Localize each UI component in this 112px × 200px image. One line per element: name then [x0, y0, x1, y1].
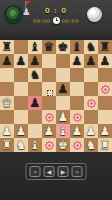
square-b4[interactable] [14, 96, 28, 110]
square-b1[interactable]: ♞ [14, 138, 28, 152]
piece-white-pawn-b2[interactable]: ♟ [14, 124, 28, 138]
square-g8[interactable]: ♞ [84, 40, 98, 54]
piece-black-pawn-a7[interactable]: ♟ [0, 54, 14, 68]
square-g2[interactable]: ♟ [84, 124, 98, 138]
piece-black-bishop-c8[interactable]: ♝ [28, 40, 42, 54]
piece-white-king-e1[interactable]: ♚ [56, 138, 70, 152]
square-g3[interactable] [84, 110, 98, 124]
square-d2[interactable]: ♟ [42, 124, 56, 138]
piece-white-knight-b1[interactable]: ♞ [14, 138, 28, 152]
square-g6[interactable] [84, 68, 98, 82]
square-e4[interactable] [56, 96, 70, 110]
piece-black-pawn-f7[interactable]: ♟ [70, 54, 84, 68]
square-e7[interactable] [56, 54, 70, 68]
square-h1[interactable]: ♜ [98, 138, 112, 152]
square-f7[interactable]: ♟ [70, 54, 84, 68]
piece-white-pawn-e3[interactable]: ♟ [56, 110, 70, 124]
piece-black-bishop-f8[interactable]: ♝ [70, 40, 84, 54]
square-b2[interactable]: ♟ [14, 124, 28, 138]
square-h7[interactable]: ♟ [98, 54, 112, 68]
move-navigation-toolbar: «◀▶» [26, 163, 87, 180]
square-b3[interactable] [14, 110, 28, 124]
square-d5[interactable] [42, 82, 56, 96]
square-a3[interactable] [0, 110, 14, 124]
square-f8[interactable]: ♝ [70, 40, 84, 54]
square-c6[interactable]: ♞ [28, 68, 42, 82]
timers-row: 00:00 00:00 [30, 16, 82, 25]
square-c8[interactable]: ♝ [28, 40, 42, 54]
piece-black-knight-g8[interactable]: ♞ [84, 40, 98, 54]
square-h3[interactable] [98, 110, 112, 124]
square-f1[interactable] [70, 138, 84, 152]
square-g1[interactable]: ♞ [84, 138, 98, 152]
square-h4[interactable] [98, 96, 112, 110]
square-a5[interactable] [0, 82, 14, 96]
square-h2[interactable]: ♟ [98, 124, 112, 138]
piece-black-pawn-e5[interactable]: ♟ [56, 82, 70, 96]
square-d1[interactable] [42, 138, 56, 152]
move-dot-f3[interactable] [73, 113, 82, 122]
piece-white-knight-g1[interactable]: ♞ [84, 138, 98, 152]
piece-black-pawn-g7[interactable]: ♟ [84, 54, 98, 68]
square-a4[interactable]: ♛ [0, 96, 14, 110]
right-player-avatar [87, 7, 102, 22]
piece-white-pawn-d2[interactable]: ♟ [42, 124, 56, 138]
piece-black-pawn-c4[interactable]: ♟ [28, 96, 42, 110]
clock-icon [53, 17, 60, 24]
square-a6[interactable] [0, 68, 14, 82]
square-g7[interactable]: ♟ [84, 54, 98, 68]
nav-prev-button[interactable]: ◀ [44, 166, 55, 177]
square-g4[interactable] [84, 96, 98, 110]
square-f4[interactable] [70, 96, 84, 110]
piece-white-queen-a4[interactable]: ♛ [0, 96, 14, 110]
square-b7[interactable]: ♟ [14, 54, 28, 68]
move-dot-g4[interactable] [87, 99, 96, 108]
score-text: 0 : 0 [36, 7, 76, 15]
square-f6[interactable] [70, 68, 84, 82]
square-d6[interactable] [42, 68, 56, 82]
square-a2[interactable]: ♟ [0, 124, 14, 138]
square-h8[interactable]: ♜ [98, 40, 112, 54]
move-dot-h5[interactable] [101, 85, 110, 94]
square-b6[interactable] [14, 68, 28, 82]
move-dot-d3[interactable] [45, 113, 54, 122]
square-b8[interactable] [14, 40, 28, 54]
square-c2[interactable] [28, 124, 42, 138]
square-e2[interactable]: ♝ [56, 124, 70, 138]
piece-black-rook-a8[interactable]: ♜ [0, 40, 14, 54]
top-bar: ♟ 0 : 0 00:00 00:00 [0, 0, 112, 40]
left-timer: 00:00 [33, 18, 50, 24]
piece-white-pawn-f2[interactable]: ♟ [70, 124, 84, 138]
piece-black-knight-c6[interactable]: ♞ [28, 68, 42, 82]
chess-app-screen: ♟ 0 : 0 00:00 00:00 ♜♝♛♚♝♞♜♟♟♟♟♟♟♞♟♛♟♟♟♟… [0, 0, 112, 200]
square-c3[interactable] [28, 110, 42, 124]
nav-next-button[interactable]: ▶ [58, 166, 69, 177]
square-c4[interactable]: ♟ [28, 96, 42, 110]
piece-white-bishop-e2[interactable]: ♝ [56, 124, 70, 138]
square-c5[interactable] [28, 82, 42, 96]
move-dot-d1[interactable] [45, 141, 54, 150]
square-f5[interactable] [70, 82, 84, 96]
square-f3[interactable] [70, 110, 84, 124]
square-e5[interactable]: ♟ [56, 82, 70, 96]
nav-first-button[interactable]: « [30, 166, 41, 177]
piece-white-pawn-h2[interactable]: ♟ [98, 124, 112, 138]
piece-white-bishop-c1[interactable]: ♝ [28, 138, 42, 152]
square-a1[interactable]: ♜ [0, 138, 14, 152]
chess-board: ♜♝♛♚♝♞♜♟♟♟♟♟♟♞♟♛♟♟♟♟♟♝♟♟♟♜♞♝♚♞♜ [0, 40, 112, 152]
square-h5[interactable] [98, 82, 112, 96]
piece-white-rook-a1[interactable]: ♜ [0, 138, 14, 152]
move-dot-f1[interactable] [73, 141, 82, 150]
piece-white-rook-h1[interactable]: ♜ [98, 138, 112, 152]
square-a8[interactable]: ♜ [0, 40, 14, 54]
piece-black-king-e8[interactable]: ♚ [56, 40, 70, 54]
square-g5[interactable] [84, 82, 98, 96]
bottom-bar: «◀▶» [0, 152, 112, 200]
square-e3[interactable]: ♟ [56, 110, 70, 124]
piece-white-pawn-a2[interactable]: ♟ [0, 124, 14, 138]
square-e1[interactable]: ♚ [56, 138, 70, 152]
piece-black-queen-d8[interactable]: ♛ [42, 40, 56, 54]
square-h6[interactable] [98, 68, 112, 82]
left-player-avatar [5, 6, 22, 23]
square-d8[interactable]: ♛ [42, 40, 56, 54]
square-d7[interactable] [42, 54, 56, 68]
square-a7[interactable]: ♟ [0, 54, 14, 68]
square-c7[interactable]: ♟ [28, 54, 42, 68]
square-d3[interactable] [42, 110, 56, 124]
square-b5[interactable] [14, 82, 28, 96]
square-f2[interactable]: ♟ [70, 124, 84, 138]
piece-white-pawn-g2[interactable]: ♟ [84, 124, 98, 138]
piece-black-pawn-c7[interactable]: ♟ [28, 54, 42, 68]
piece-black-pawn-b7[interactable]: ♟ [14, 54, 28, 68]
square-d4[interactable] [42, 96, 56, 110]
right-timer: 00:00 [62, 18, 79, 24]
square-e8[interactable]: ♚ [56, 40, 70, 54]
piece-black-pawn-h7[interactable]: ♟ [98, 54, 112, 68]
piece-black-rook-h8[interactable]: ♜ [98, 40, 112, 54]
square-e6[interactable] [56, 68, 70, 82]
square-c1[interactable]: ♝ [28, 138, 42, 152]
nav-last-button[interactable]: » [72, 166, 83, 177]
flag-icon [26, 1, 31, 5]
